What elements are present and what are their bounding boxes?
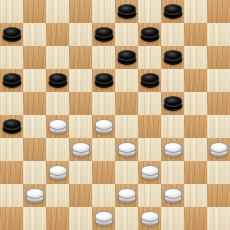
square-c2 (46, 184, 69, 207)
square-i5[interactable] (184, 115, 207, 138)
piece-top (2, 26, 21, 37)
piece-top (140, 210, 159, 221)
square-h7 (161, 69, 184, 92)
square-b8[interactable] (23, 46, 46, 69)
square-i8 (184, 46, 207, 69)
square-j9 (207, 23, 230, 46)
square-h10[interactable] (161, 0, 184, 23)
square-a4 (0, 138, 23, 161)
square-e3[interactable] (92, 161, 115, 184)
square-h3 (161, 161, 184, 184)
piece-top (209, 141, 228, 152)
piece-top (2, 118, 21, 129)
piece-top (163, 49, 182, 60)
square-b5 (23, 115, 46, 138)
black-man[interactable] (140, 72, 159, 87)
square-e9[interactable] (92, 23, 115, 46)
piece-top (94, 26, 113, 37)
square-a5[interactable] (0, 115, 23, 138)
piece-top (163, 187, 182, 198)
square-d3 (69, 161, 92, 184)
white-man[interactable] (163, 187, 182, 202)
square-h2[interactable] (161, 184, 184, 207)
square-h5 (161, 115, 184, 138)
square-j2[interactable] (207, 184, 230, 207)
square-f7 (115, 69, 138, 92)
square-e2 (92, 184, 115, 207)
square-c5[interactable] (46, 115, 69, 138)
square-d1 (69, 207, 92, 230)
square-b7 (23, 69, 46, 92)
square-f10[interactable] (115, 0, 138, 23)
piece-top (140, 72, 159, 83)
square-b2[interactable] (23, 184, 46, 207)
black-man[interactable] (48, 72, 67, 87)
square-i7[interactable] (184, 69, 207, 92)
square-f5 (115, 115, 138, 138)
square-c8 (46, 46, 69, 69)
square-a7[interactable] (0, 69, 23, 92)
square-e8 (92, 46, 115, 69)
square-g7[interactable] (138, 69, 161, 92)
piece-top (163, 95, 182, 106)
square-d5 (69, 115, 92, 138)
square-a2 (0, 184, 23, 207)
square-c3[interactable] (46, 161, 69, 184)
square-c4 (46, 138, 69, 161)
piece-top (25, 187, 44, 198)
square-j1 (207, 207, 230, 230)
square-j8[interactable] (207, 46, 230, 69)
square-c1[interactable] (46, 207, 69, 230)
square-c10 (46, 0, 69, 23)
square-d8[interactable] (69, 46, 92, 69)
piece-top (48, 118, 67, 129)
piece-top (117, 49, 136, 60)
square-j10[interactable] (207, 0, 230, 23)
black-man[interactable] (163, 49, 182, 64)
square-d7 (69, 69, 92, 92)
white-man[interactable] (94, 210, 113, 225)
square-f8[interactable] (115, 46, 138, 69)
square-g6 (138, 92, 161, 115)
square-a8 (0, 46, 23, 69)
square-a1[interactable] (0, 207, 23, 230)
black-man[interactable] (2, 26, 21, 41)
square-f6[interactable] (115, 92, 138, 115)
square-i2 (184, 184, 207, 207)
square-b1 (23, 207, 46, 230)
square-h4[interactable] (161, 138, 184, 161)
square-b3 (23, 161, 46, 184)
white-man[interactable] (163, 141, 182, 156)
piece-top (117, 3, 136, 14)
white-man[interactable] (209, 141, 228, 156)
white-man[interactable] (25, 187, 44, 202)
square-f3 (115, 161, 138, 184)
piece-top (140, 164, 159, 175)
piece-top (2, 72, 21, 83)
square-e1[interactable] (92, 207, 115, 230)
white-man[interactable] (94, 118, 113, 133)
black-man[interactable] (163, 95, 182, 110)
checkers-board (0, 0, 230, 230)
white-man[interactable] (140, 210, 159, 225)
square-c6 (46, 92, 69, 115)
square-i6 (184, 92, 207, 115)
square-d4[interactable] (69, 138, 92, 161)
black-man[interactable] (2, 72, 21, 87)
square-d9 (69, 23, 92, 46)
square-i3[interactable] (184, 161, 207, 184)
black-man[interactable] (2, 118, 21, 133)
square-i10 (184, 0, 207, 23)
square-g10 (138, 0, 161, 23)
square-f9 (115, 23, 138, 46)
piece-top (140, 26, 159, 37)
square-j6[interactable] (207, 92, 230, 115)
square-j4[interactable] (207, 138, 230, 161)
piece-top (163, 141, 182, 152)
square-c9[interactable] (46, 23, 69, 46)
square-e7[interactable] (92, 69, 115, 92)
black-man[interactable] (140, 26, 159, 41)
black-man[interactable] (117, 49, 136, 64)
square-a9[interactable] (0, 23, 23, 46)
piece-top (117, 187, 136, 198)
square-a6 (0, 92, 23, 115)
piece-top (117, 141, 136, 152)
square-g3[interactable] (138, 161, 161, 184)
square-c7[interactable] (46, 69, 69, 92)
square-f2[interactable] (115, 184, 138, 207)
square-j5 (207, 115, 230, 138)
square-h1 (161, 207, 184, 230)
square-e6 (92, 92, 115, 115)
white-man[interactable] (48, 164, 67, 179)
square-j7 (207, 69, 230, 92)
square-g2 (138, 184, 161, 207)
square-a3[interactable] (0, 161, 23, 184)
square-g1[interactable] (138, 207, 161, 230)
square-d6[interactable] (69, 92, 92, 115)
piece-top (94, 72, 113, 83)
square-h6[interactable] (161, 92, 184, 115)
black-man[interactable] (117, 3, 136, 18)
square-e5[interactable] (92, 115, 115, 138)
square-b10[interactable] (23, 0, 46, 23)
white-man[interactable] (71, 141, 90, 156)
piece-top (94, 118, 113, 129)
piece-top (48, 72, 67, 83)
square-e10 (92, 0, 115, 23)
square-g8 (138, 46, 161, 69)
square-e4 (92, 138, 115, 161)
piece-top (163, 3, 182, 14)
square-b9 (23, 23, 46, 46)
piece-top (71, 141, 90, 152)
square-f1 (115, 207, 138, 230)
white-man[interactable] (140, 164, 159, 179)
square-d10[interactable] (69, 0, 92, 23)
square-i4 (184, 138, 207, 161)
piece-top (94, 210, 113, 221)
square-b4[interactable] (23, 138, 46, 161)
square-h9 (161, 23, 184, 46)
square-i1[interactable] (184, 207, 207, 230)
square-b6[interactable] (23, 92, 46, 115)
white-man[interactable] (48, 118, 67, 133)
black-man[interactable] (163, 3, 182, 18)
piece-top (48, 164, 67, 175)
square-g4 (138, 138, 161, 161)
white-man[interactable] (117, 141, 136, 156)
black-man[interactable] (94, 26, 113, 41)
square-g5[interactable] (138, 115, 161, 138)
black-man[interactable] (94, 72, 113, 87)
square-f4[interactable] (115, 138, 138, 161)
square-d2[interactable] (69, 184, 92, 207)
square-h8[interactable] (161, 46, 184, 69)
square-g9[interactable] (138, 23, 161, 46)
white-man[interactable] (117, 187, 136, 202)
square-a10 (0, 0, 23, 23)
square-j3 (207, 161, 230, 184)
square-i9[interactable] (184, 23, 207, 46)
